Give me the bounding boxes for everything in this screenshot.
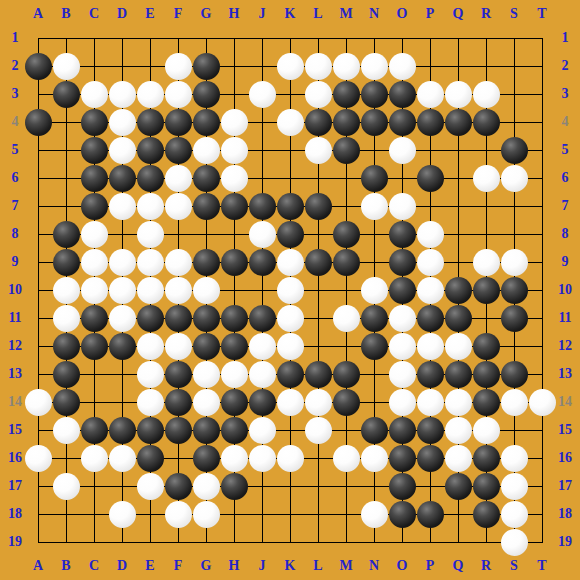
stone-black[interactable] (473, 473, 500, 500)
stone-white[interactable] (137, 389, 164, 416)
coord-label-top: M (332, 6, 360, 22)
stone-white[interactable] (361, 277, 388, 304)
stone-white[interactable] (165, 277, 192, 304)
stone-black[interactable] (249, 193, 276, 220)
stone-white[interactable] (389, 305, 416, 332)
stone-white[interactable] (53, 305, 80, 332)
stone-black[interactable] (81, 417, 108, 444)
stone-black[interactable] (501, 277, 528, 304)
coord-label-left: 13 (1, 366, 29, 382)
stone-white[interactable] (249, 333, 276, 360)
stone-black[interactable] (417, 109, 444, 136)
coord-label-right: 7 (551, 198, 579, 214)
stone-white[interactable] (221, 361, 248, 388)
stone-black[interactable] (221, 305, 248, 332)
stone-black[interactable] (53, 81, 80, 108)
stone-black[interactable] (249, 389, 276, 416)
stone-white[interactable] (445, 389, 472, 416)
coord-label-top: R (472, 6, 500, 22)
stone-white[interactable] (417, 277, 444, 304)
coord-label-left: 9 (1, 254, 29, 270)
coord-label-top: S (500, 6, 528, 22)
stone-white[interactable] (137, 221, 164, 248)
coord-label-bottom: D (108, 558, 136, 574)
stone-white[interactable] (249, 361, 276, 388)
coord-label-left: 15 (1, 422, 29, 438)
coord-label-top: N (360, 6, 388, 22)
stone-black[interactable] (137, 137, 164, 164)
coord-label-right: 11 (551, 310, 579, 326)
coord-label-bottom: O (388, 558, 416, 574)
stone-black[interactable] (137, 165, 164, 192)
stone-white[interactable] (221, 445, 248, 472)
stone-black[interactable] (361, 81, 388, 108)
coord-label-bottom: S (500, 558, 528, 574)
stone-white[interactable] (25, 389, 52, 416)
coord-label-right: 6 (551, 170, 579, 186)
coord-label-right: 15 (551, 422, 579, 438)
stone-black[interactable] (221, 249, 248, 276)
stone-white[interactable] (361, 501, 388, 528)
stone-black[interactable] (305, 109, 332, 136)
stone-white[interactable] (137, 473, 164, 500)
stone-white[interactable] (389, 333, 416, 360)
stone-black[interactable] (389, 501, 416, 528)
coord-label-top: G (192, 6, 220, 22)
coord-label-bottom: T (528, 558, 556, 574)
stone-white[interactable] (501, 445, 528, 472)
stone-black[interactable] (417, 445, 444, 472)
stone-white[interactable] (249, 81, 276, 108)
stone-white[interactable] (249, 417, 276, 444)
stone-black[interactable] (221, 473, 248, 500)
coord-label-bottom: N (360, 558, 388, 574)
coord-label-left: 3 (1, 86, 29, 102)
stone-white[interactable] (193, 361, 220, 388)
coord-label-left: 11 (1, 310, 29, 326)
stone-black[interactable] (333, 361, 360, 388)
stone-black[interactable] (165, 305, 192, 332)
stone-black[interactable] (137, 109, 164, 136)
stone-black[interactable] (473, 109, 500, 136)
stone-white[interactable] (305, 53, 332, 80)
stone-white[interactable] (109, 137, 136, 164)
stone-white[interactable] (389, 361, 416, 388)
stone-white[interactable] (249, 445, 276, 472)
coord-label-right: 19 (551, 534, 579, 550)
stone-white[interactable] (137, 277, 164, 304)
stone-black[interactable] (137, 445, 164, 472)
coord-label-right: 10 (551, 282, 579, 298)
coord-label-left: 5 (1, 142, 29, 158)
stone-white[interactable] (109, 193, 136, 220)
stone-white[interactable] (109, 277, 136, 304)
stone-black[interactable] (389, 221, 416, 248)
stone-black[interactable] (389, 277, 416, 304)
stone-black[interactable] (333, 221, 360, 248)
stone-white[interactable] (501, 165, 528, 192)
stone-white[interactable] (501, 473, 528, 500)
coord-label-left: 1 (1, 30, 29, 46)
stone-white[interactable] (445, 445, 472, 472)
stone-black[interactable] (473, 333, 500, 360)
coord-label-bottom: A (24, 558, 52, 574)
stone-white[interactable] (277, 277, 304, 304)
stone-black[interactable] (277, 221, 304, 248)
stone-black[interactable] (193, 249, 220, 276)
stone-black[interactable] (361, 305, 388, 332)
stone-white[interactable] (529, 389, 556, 416)
stone-black[interactable] (361, 333, 388, 360)
coord-label-left: 17 (1, 478, 29, 494)
stone-black[interactable] (221, 389, 248, 416)
stone-black[interactable] (221, 333, 248, 360)
stone-black[interactable] (81, 109, 108, 136)
stone-white[interactable] (53, 277, 80, 304)
stone-white[interactable] (417, 389, 444, 416)
coord-label-right: 13 (551, 366, 579, 382)
stone-black[interactable] (277, 361, 304, 388)
stone-black[interactable] (473, 501, 500, 528)
stone-black[interactable] (137, 417, 164, 444)
stone-black[interactable] (221, 417, 248, 444)
stone-white[interactable] (445, 81, 472, 108)
stone-black[interactable] (165, 417, 192, 444)
stone-white[interactable] (305, 389, 332, 416)
coord-label-top: F (164, 6, 192, 22)
coord-label-bottom: G (192, 558, 220, 574)
stone-black[interactable] (81, 165, 108, 192)
stone-black[interactable] (221, 193, 248, 220)
stone-white[interactable] (417, 221, 444, 248)
coord-label-left: 7 (1, 198, 29, 214)
coord-label-right: 17 (551, 478, 579, 494)
coord-label-top: D (108, 6, 136, 22)
stone-white[interactable] (501, 501, 528, 528)
coord-label-right: 12 (551, 338, 579, 354)
stone-black[interactable] (417, 501, 444, 528)
stone-white[interactable] (361, 53, 388, 80)
coord-label-right: 9 (551, 254, 579, 270)
stone-white[interactable] (165, 249, 192, 276)
stone-white[interactable] (333, 53, 360, 80)
stone-black[interactable] (389, 249, 416, 276)
stone-white[interactable] (165, 501, 192, 528)
stone-white[interactable] (445, 333, 472, 360)
stone-black[interactable] (25, 53, 52, 80)
stone-white[interactable] (473, 249, 500, 276)
stone-white[interactable] (53, 53, 80, 80)
coord-label-bottom: M (332, 558, 360, 574)
stone-white[interactable] (109, 109, 136, 136)
stone-black[interactable] (53, 361, 80, 388)
stone-black[interactable] (193, 81, 220, 108)
stone-black[interactable] (445, 361, 472, 388)
stone-white[interactable] (53, 473, 80, 500)
coord-label-left: 12 (1, 338, 29, 354)
stone-black[interactable] (473, 445, 500, 472)
stone-white[interactable] (221, 137, 248, 164)
coord-label-right: 4 (551, 114, 579, 130)
stone-black[interactable] (193, 417, 220, 444)
stone-white[interactable] (473, 165, 500, 192)
stone-white[interactable] (221, 109, 248, 136)
coord-label-right: 3 (551, 86, 579, 102)
coord-label-bottom: H (220, 558, 248, 574)
stone-black[interactable] (417, 417, 444, 444)
stone-white[interactable] (109, 81, 136, 108)
stone-black[interactable] (473, 389, 500, 416)
coord-label-top: P (416, 6, 444, 22)
stone-white[interactable] (333, 445, 360, 472)
coord-label-top: O (388, 6, 416, 22)
stone-black[interactable] (53, 249, 80, 276)
stone-white[interactable] (501, 389, 528, 416)
stone-white[interactable] (81, 81, 108, 108)
stone-white[interactable] (109, 249, 136, 276)
stone-black[interactable] (445, 277, 472, 304)
grid-line-vertical (542, 38, 543, 543)
stone-black[interactable] (305, 193, 332, 220)
stone-white[interactable] (277, 249, 304, 276)
stone-white[interactable] (389, 53, 416, 80)
coord-label-bottom: E (136, 558, 164, 574)
stone-white[interactable] (193, 277, 220, 304)
stone-white[interactable] (193, 501, 220, 528)
stone-black[interactable] (333, 137, 360, 164)
stone-black[interactable] (333, 249, 360, 276)
stone-white[interactable] (137, 193, 164, 220)
stone-white[interactable] (165, 333, 192, 360)
stone-black[interactable] (445, 109, 472, 136)
stone-white[interactable] (193, 389, 220, 416)
stone-black[interactable] (333, 81, 360, 108)
stone-black[interactable] (473, 361, 500, 388)
stone-black[interactable] (165, 361, 192, 388)
stone-black[interactable] (473, 277, 500, 304)
coord-label-right: 2 (551, 58, 579, 74)
coord-label-left: 8 (1, 226, 29, 242)
stone-black[interactable] (81, 137, 108, 164)
coord-label-bottom: K (276, 558, 304, 574)
stone-black[interactable] (81, 193, 108, 220)
stone-white[interactable] (137, 333, 164, 360)
coord-label-right: 18 (551, 506, 579, 522)
stone-black[interactable] (305, 361, 332, 388)
coord-label-bottom: J (248, 558, 276, 574)
stone-white[interactable] (109, 445, 136, 472)
stone-black[interactable] (389, 81, 416, 108)
stone-black[interactable] (389, 473, 416, 500)
stone-black[interactable] (445, 473, 472, 500)
stone-white[interactable] (137, 249, 164, 276)
stone-white[interactable] (389, 137, 416, 164)
stone-black[interactable] (137, 305, 164, 332)
coord-label-left: 10 (1, 282, 29, 298)
stone-black[interactable] (193, 53, 220, 80)
stone-white[interactable] (277, 333, 304, 360)
stone-white[interactable] (305, 81, 332, 108)
stone-white[interactable] (277, 305, 304, 332)
stone-black[interactable] (193, 109, 220, 136)
stone-white[interactable] (361, 193, 388, 220)
stone-black[interactable] (361, 165, 388, 192)
stone-white[interactable] (417, 81, 444, 108)
coord-label-bottom: P (416, 558, 444, 574)
coord-label-top: H (220, 6, 248, 22)
stone-black[interactable] (165, 473, 192, 500)
stone-white[interactable] (165, 81, 192, 108)
stone-white[interactable] (277, 445, 304, 472)
coord-label-top: L (304, 6, 332, 22)
coord-label-top: Q (444, 6, 472, 22)
stone-white[interactable] (501, 249, 528, 276)
coord-label-top: C (80, 6, 108, 22)
stone-white[interactable] (277, 109, 304, 136)
coord-label-right: 8 (551, 226, 579, 242)
stone-white[interactable] (333, 305, 360, 332)
stone-white[interactable] (501, 529, 528, 556)
stone-black[interactable] (53, 221, 80, 248)
stone-black[interactable] (193, 305, 220, 332)
stone-white[interactable] (81, 277, 108, 304)
stone-white[interactable] (81, 221, 108, 248)
stone-white[interactable] (109, 501, 136, 528)
coord-label-right: 1 (551, 30, 579, 46)
coord-label-bottom: C (80, 558, 108, 574)
stone-black[interactable] (193, 445, 220, 472)
stone-white[interactable] (137, 361, 164, 388)
stone-black[interactable] (501, 305, 528, 332)
coord-label-top: A (24, 6, 52, 22)
coord-label-left: 18 (1, 506, 29, 522)
coord-label-top: T (528, 6, 556, 22)
stone-white[interactable] (109, 305, 136, 332)
stone-white[interactable] (221, 165, 248, 192)
coord-label-left: 19 (1, 534, 29, 550)
stone-white[interactable] (417, 333, 444, 360)
coord-label-left: 6 (1, 170, 29, 186)
stone-white[interactable] (165, 193, 192, 220)
stone-white[interactable] (305, 417, 332, 444)
stone-white[interactable] (277, 53, 304, 80)
coord-label-right: 5 (551, 142, 579, 158)
stone-black[interactable] (109, 165, 136, 192)
stone-white[interactable] (277, 389, 304, 416)
stone-black[interactable] (193, 333, 220, 360)
coord-label-bottom: B (52, 558, 80, 574)
stone-black[interactable] (81, 305, 108, 332)
stone-black[interactable] (109, 333, 136, 360)
stone-black[interactable] (81, 333, 108, 360)
stone-black[interactable] (193, 193, 220, 220)
stone-white[interactable] (81, 445, 108, 472)
stone-white[interactable] (165, 165, 192, 192)
stone-black[interactable] (361, 109, 388, 136)
stone-black[interactable] (249, 249, 276, 276)
stone-black[interactable] (417, 165, 444, 192)
stone-black[interactable] (417, 305, 444, 332)
stone-black[interactable] (249, 305, 276, 332)
stone-white[interactable] (473, 81, 500, 108)
stone-black[interactable] (165, 109, 192, 136)
stone-white[interactable] (53, 417, 80, 444)
stone-white[interactable] (25, 445, 52, 472)
stone-white[interactable] (193, 137, 220, 164)
go-board-screenshot: AABBCCDDEEFFGGHHJJKKLLMMNNOOPPQQRRSSTT11… (0, 0, 580, 580)
stone-black[interactable] (501, 137, 528, 164)
coord-label-bottom: R (472, 558, 500, 574)
stone-black[interactable] (333, 109, 360, 136)
stone-black[interactable] (53, 389, 80, 416)
grid-line-horizontal (38, 542, 543, 543)
stone-white[interactable] (165, 53, 192, 80)
stone-white[interactable] (137, 81, 164, 108)
coord-label-top: B (52, 6, 80, 22)
stone-black[interactable] (417, 361, 444, 388)
coord-label-right: 16 (551, 450, 579, 466)
stone-black[interactable] (165, 389, 192, 416)
stone-black[interactable] (333, 389, 360, 416)
stone-black[interactable] (389, 417, 416, 444)
coord-label-top: K (276, 6, 304, 22)
stone-black[interactable] (445, 305, 472, 332)
stone-black[interactable] (165, 137, 192, 164)
stone-black[interactable] (109, 417, 136, 444)
stone-black[interactable] (53, 333, 80, 360)
coord-label-bottom: L (304, 558, 332, 574)
coord-label-top: E (136, 6, 164, 22)
stone-black[interactable] (389, 109, 416, 136)
stone-white[interactable] (81, 249, 108, 276)
coord-label-bottom: Q (444, 558, 472, 574)
stone-white[interactable] (193, 473, 220, 500)
stone-black[interactable] (277, 193, 304, 220)
stone-black[interactable] (361, 417, 388, 444)
stone-white[interactable] (361, 445, 388, 472)
stone-white[interactable] (417, 249, 444, 276)
stone-black[interactable] (389, 445, 416, 472)
coord-label-top: J (248, 6, 276, 22)
coord-label-bottom: F (164, 558, 192, 574)
stone-white[interactable] (305, 137, 332, 164)
stone-black[interactable] (25, 109, 52, 136)
stone-white[interactable] (389, 193, 416, 220)
stone-white[interactable] (473, 417, 500, 444)
stone-black[interactable] (193, 165, 220, 192)
stone-black[interactable] (305, 249, 332, 276)
stone-white[interactable] (445, 417, 472, 444)
stone-white[interactable] (249, 221, 276, 248)
stone-white[interactable] (389, 389, 416, 416)
stone-black[interactable] (501, 361, 528, 388)
